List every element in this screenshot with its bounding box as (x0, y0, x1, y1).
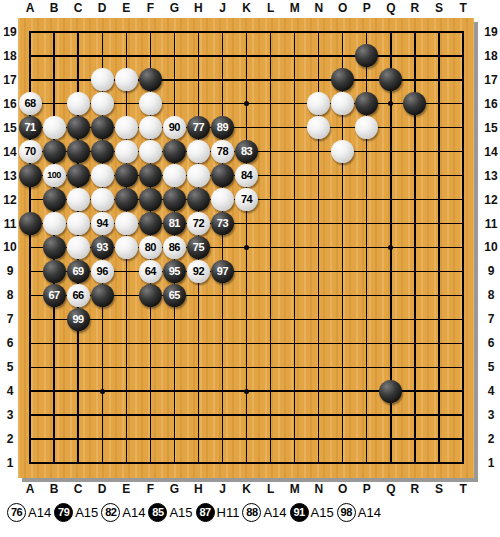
move-number: 97 (217, 266, 228, 277)
stone-white-J12 (211, 188, 234, 211)
stone-black-G11: 81 (163, 212, 186, 235)
move-number: 74 (241, 194, 252, 205)
grid-line-vertical-M (294, 31, 295, 463)
coord-label-left-16: 16 (0, 97, 20, 111)
stone-black-P18 (355, 44, 378, 67)
stone-white-N16 (307, 92, 330, 115)
coord-label-left-7: 7 (0, 312, 20, 326)
stone-white-A14: 70 (19, 140, 42, 163)
coord-label-right-2: 2 (481, 432, 500, 446)
stone-black-Q4 (379, 380, 402, 403)
star-point-D4 (100, 389, 105, 394)
coord-label-right-3: 3 (481, 408, 500, 422)
coord-label-left-19: 19 (0, 25, 20, 39)
move-number: 70 (24, 146, 35, 157)
caption-location: A14 (358, 505, 381, 520)
star-point-Q16 (388, 101, 393, 106)
stone-black-C9: 69 (67, 260, 90, 283)
coord-label-left-14: 14 (0, 145, 20, 159)
coord-label-left-3: 3 (0, 408, 20, 422)
stone-white-K13: 84 (235, 164, 258, 187)
coord-label-bottom-J: J (212, 482, 232, 496)
coord-label-left-17: 17 (0, 73, 20, 87)
stone-white-B11 (43, 212, 66, 235)
stone-white-E11 (115, 212, 138, 235)
coord-label-bottom-P: P (357, 482, 377, 496)
caption-move-82: 82A14 (101, 503, 145, 522)
stone-white-C11 (67, 212, 90, 235)
coord-label-top-O: O (333, 1, 353, 15)
coord-label-left-2: 2 (0, 432, 20, 446)
stone-black-F13 (139, 164, 162, 187)
stone-white-P15 (355, 116, 378, 139)
move-number: 94 (97, 218, 108, 229)
stone-white-H11: 72 (187, 212, 210, 235)
stone-black-D8 (91, 284, 114, 307)
coord-label-right-4: 4 (481, 384, 500, 398)
coord-label-bottom-H: H (188, 482, 208, 496)
stone-black-G9: 95 (163, 260, 186, 283)
move-number: 75 (193, 242, 204, 253)
coord-label-top-C: C (68, 1, 88, 15)
stone-white-D9: 96 (91, 260, 114, 283)
move-number: 81 (169, 218, 180, 229)
stone-black-A15: 71 (19, 116, 42, 139)
stone-white-G10: 86 (163, 236, 186, 259)
star-point-K16 (244, 101, 249, 106)
stone-black-H15: 77 (187, 116, 210, 139)
stone-white-O14 (331, 140, 354, 163)
grid-line-horizontal-2 (29, 438, 464, 439)
stone-white-H9: 92 (187, 260, 210, 283)
coord-label-bottom-S: S (429, 482, 449, 496)
go-board[interactable]: 6871907789707883100847494817273938086756… (18, 18, 474, 478)
grid-line-vertical-S (438, 31, 439, 463)
coord-label-bottom-T: T (453, 482, 473, 496)
caption-move-98: 98A14 (337, 503, 381, 522)
stone-black-J15: 89 (211, 116, 234, 139)
coord-label-top-N: N (309, 1, 329, 15)
move-number: 65 (169, 290, 180, 301)
coord-label-bottom-F: F (140, 482, 160, 496)
move-number: 68 (24, 98, 35, 109)
coord-label-top-K: K (237, 1, 257, 15)
stone-white-F15 (139, 116, 162, 139)
stone-black-B14 (43, 140, 66, 163)
move-number: 71 (24, 122, 35, 133)
stone-black-G8: 65 (163, 284, 186, 307)
coord-label-right-6: 6 (481, 336, 500, 350)
stone-black-O17 (331, 68, 354, 91)
coord-label-right-14: 14 (481, 145, 500, 159)
coord-label-right-7: 7 (481, 312, 500, 326)
grid-line-vertical-L (270, 31, 271, 463)
stone-black-R16 (403, 92, 426, 115)
stone-white-B15 (43, 116, 66, 139)
coord-label-bottom-M: M (285, 482, 305, 496)
coord-label-left-5: 5 (0, 360, 20, 374)
coord-label-top-F: F (140, 1, 160, 15)
stone-black-B10 (43, 236, 66, 259)
coord-label-bottom-D: D (92, 482, 112, 496)
coord-label-bottom-B: B (44, 482, 64, 496)
stone-black-B12 (43, 188, 66, 211)
coord-label-top-T: T (453, 1, 473, 15)
grid-line-horizontal-6 (29, 343, 464, 344)
stone-white-E17 (115, 68, 138, 91)
stone-black-Q17 (379, 68, 402, 91)
move-number: 69 (72, 266, 83, 277)
caption-location: A15 (75, 505, 98, 520)
coord-label-bottom-C: C (68, 482, 88, 496)
star-point-K10 (244, 245, 249, 250)
stone-black-F8 (139, 284, 162, 307)
stone-black-J11: 73 (211, 212, 234, 235)
stone-white-D16 (91, 92, 114, 115)
coord-label-right-10: 10 (481, 240, 500, 254)
coord-label-right-13: 13 (481, 169, 500, 183)
stone-black-E13 (115, 164, 138, 187)
stone-white-E10 (115, 236, 138, 259)
caption-stone-black-79: 79 (54, 503, 73, 522)
stone-black-D14 (91, 140, 114, 163)
coord-label-right-19: 19 (481, 25, 500, 39)
coord-label-top-L: L (261, 1, 281, 15)
go-diagram-screen: 6871907789707883100847494817273938086756… (0, 0, 500, 537)
stone-black-J13 (211, 164, 234, 187)
move-number: 89 (217, 122, 228, 133)
move-number: 100 (47, 171, 61, 180)
caption-move-85: 85A15 (148, 503, 192, 522)
coord-label-bottom-A: A (20, 482, 40, 496)
coord-label-left-6: 6 (0, 336, 20, 350)
stone-white-F9: 64 (139, 260, 162, 283)
stone-black-G14 (163, 140, 186, 163)
move-number: 84 (241, 170, 252, 181)
stone-white-N15 (307, 116, 330, 139)
coord-label-right-18: 18 (481, 49, 500, 63)
coord-label-right-17: 17 (481, 73, 500, 87)
coord-label-bottom-N: N (309, 482, 329, 496)
coord-label-top-A: A (20, 1, 40, 15)
caption-move-88: 88A14 (242, 503, 286, 522)
move-number: 93 (97, 242, 108, 253)
coord-label-right-16: 16 (481, 97, 500, 111)
stone-white-F14 (139, 140, 162, 163)
coord-label-bottom-K: K (237, 482, 257, 496)
coord-label-top-M: M (285, 1, 305, 15)
coord-label-left-4: 4 (0, 384, 20, 398)
caption-move-91: 91A15 (290, 503, 334, 522)
coord-label-left-13: 13 (0, 169, 20, 183)
stone-white-C10 (67, 236, 90, 259)
stone-black-C15 (67, 116, 90, 139)
stone-white-D12 (91, 188, 114, 211)
stone-white-H13 (187, 164, 210, 187)
caption-stone-white-88: 88 (242, 503, 261, 522)
coord-label-top-D: D (92, 1, 112, 15)
stone-white-C8: 66 (67, 284, 90, 307)
stone-black-D15 (91, 116, 114, 139)
move-number: 86 (169, 242, 180, 253)
stone-white-K12: 74 (235, 188, 258, 211)
caption-stone-black-91: 91 (290, 503, 309, 522)
caption-stone-white-98: 98 (337, 503, 356, 522)
move-number: 66 (72, 290, 83, 301)
stone-white-A16: 68 (19, 92, 42, 115)
grid-line-horizontal-3 (29, 414, 464, 415)
caption-location: H11 (217, 505, 240, 520)
move-number: 78 (217, 146, 228, 157)
coord-label-right-1: 1 (481, 456, 500, 470)
stone-white-G15: 90 (163, 116, 186, 139)
coord-label-right-12: 12 (481, 193, 500, 207)
coord-label-left-8: 8 (0, 288, 20, 302)
caption-move-79: 79A15 (54, 503, 98, 522)
caption-stone-black-85: 85 (148, 503, 167, 522)
stone-white-H14 (187, 140, 210, 163)
coord-label-top-J: J (212, 1, 232, 15)
caption-location: A14 (122, 505, 145, 520)
caption-location: A14 (263, 505, 286, 520)
stone-black-C14 (67, 140, 90, 163)
stone-white-C16 (67, 92, 90, 115)
move-number: 67 (48, 290, 59, 301)
coord-label-bottom-O: O (333, 482, 353, 496)
move-number: 64 (145, 266, 156, 277)
stone-black-B8: 67 (43, 284, 66, 307)
stone-white-D17 (91, 68, 114, 91)
stone-black-C13 (67, 164, 90, 187)
stone-white-B13: 100 (43, 164, 66, 187)
coord-label-top-R: R (405, 1, 425, 15)
move-number: 83 (241, 146, 252, 157)
stone-black-F11 (139, 212, 162, 235)
move-number: 95 (169, 266, 180, 277)
stone-white-O16 (331, 92, 354, 115)
coord-label-right-11: 11 (481, 217, 500, 231)
coord-label-bottom-L: L (261, 482, 281, 496)
coord-label-right-8: 8 (481, 288, 500, 302)
caption-location: A15 (169, 505, 192, 520)
coord-label-bottom-G: G (164, 482, 184, 496)
star-point-K4 (244, 389, 249, 394)
stone-black-A13 (19, 164, 42, 187)
stone-black-B9 (43, 260, 66, 283)
move-number: 90 (169, 122, 180, 133)
coord-label-right-5: 5 (481, 360, 500, 374)
coord-label-top-G: G (164, 1, 184, 15)
stone-black-P16 (355, 92, 378, 115)
move-number: 73 (217, 218, 228, 229)
move-caption: 76A1479A1582A1485A1587H1188A1491A1598A14 (7, 501, 381, 523)
coord-label-right-9: 9 (481, 264, 500, 278)
move-number: 77 (193, 122, 204, 133)
move-number: 72 (193, 218, 204, 229)
caption-move-87: 87H11 (196, 503, 240, 522)
coord-label-top-B: B (44, 1, 64, 15)
coord-label-top-P: P (357, 1, 377, 15)
caption-location: A14 (28, 505, 51, 520)
coord-label-left-1: 1 (0, 456, 20, 470)
stone-black-J9: 97 (211, 260, 234, 283)
grid-line-horizontal-1 (29, 462, 464, 463)
coord-label-bottom-R: R (405, 482, 425, 496)
caption-stone-black-87: 87 (196, 503, 215, 522)
caption-location: A15 (311, 505, 334, 520)
coord-label-top-S: S (429, 1, 449, 15)
coord-label-left-15: 15 (0, 121, 20, 135)
coord-label-top-E: E (116, 1, 136, 15)
stone-white-C12 (67, 188, 90, 211)
coord-label-left-10: 10 (0, 240, 20, 254)
coord-label-bottom-E: E (116, 482, 136, 496)
coord-label-bottom-Q: Q (381, 482, 401, 496)
stone-white-D13 (91, 164, 114, 187)
stone-white-G13 (163, 164, 186, 187)
stone-black-K14: 83 (235, 140, 258, 163)
grid-line-horizontal-7 (29, 319, 464, 320)
coord-label-top-H: H (188, 1, 208, 15)
stone-black-F17 (139, 68, 162, 91)
stone-black-H12 (187, 188, 210, 211)
stone-black-H10: 75 (187, 236, 210, 259)
stone-white-E15 (115, 116, 138, 139)
stone-black-A11 (19, 212, 42, 235)
stone-black-G12 (163, 188, 186, 211)
stone-black-E12 (115, 188, 138, 211)
stone-black-F12 (139, 188, 162, 211)
move-number: 96 (97, 266, 108, 277)
star-point-Q10 (388, 245, 393, 250)
move-number: 80 (145, 242, 156, 253)
caption-stone-white-76: 76 (7, 503, 26, 522)
move-number: 92 (193, 266, 204, 277)
caption-stone-white-82: 82 (101, 503, 120, 522)
coord-label-left-9: 9 (0, 264, 20, 278)
coord-label-left-11: 11 (0, 217, 20, 231)
stone-white-F16 (139, 92, 162, 115)
stone-black-D10: 93 (91, 236, 114, 259)
stone-white-E14 (115, 140, 138, 163)
caption-move-76: 76A14 (7, 503, 51, 522)
move-number: 99 (72, 314, 83, 325)
coord-label-right-15: 15 (481, 121, 500, 135)
grid-line-vertical-T (462, 31, 463, 463)
stone-white-D11: 94 (91, 212, 114, 235)
grid-line-horizontal-5 (29, 367, 464, 368)
coord-label-left-18: 18 (0, 49, 20, 63)
coord-label-left-12: 12 (0, 193, 20, 207)
stone-white-J14: 78 (211, 140, 234, 163)
stone-white-F10: 80 (139, 236, 162, 259)
coord-label-top-Q: Q (381, 1, 401, 15)
stone-black-C7: 99 (67, 308, 90, 331)
